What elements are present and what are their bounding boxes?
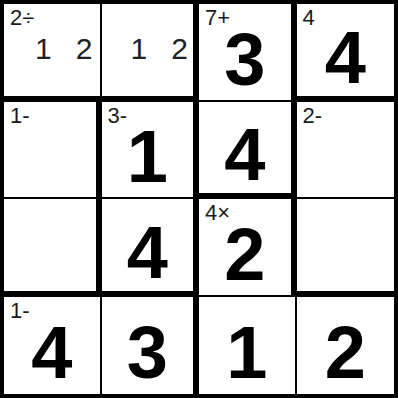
cell-r3c3[interactable]: 2 <box>297 297 395 395</box>
pencil-marks: 12 <box>4 34 100 64</box>
cell-r0c3[interactable]: 44 <box>297 4 395 102</box>
cell-value: 2 <box>199 199 291 295</box>
cell-value: 4 <box>297 4 395 96</box>
cell-value: 4 <box>199 102 291 194</box>
cell-value: 4 <box>4 297 100 395</box>
cage-clue: 2- <box>303 103 323 129</box>
cell-r2c0[interactable] <box>4 199 102 297</box>
cage-clue: 1- <box>10 103 30 129</box>
cell-r2c3[interactable] <box>297 199 395 297</box>
kenken-board: 2÷12127+3441-3-142-44×21-4312 <box>0 0 398 398</box>
cell-r0c1[interactable]: 12 <box>102 4 200 102</box>
cell-value: 1 <box>102 102 194 198</box>
cell-value: 3 <box>102 297 194 395</box>
cage-clue: 2÷ <box>10 5 34 31</box>
cell-r1c2[interactable]: 4 <box>199 102 297 200</box>
cell-r1c0[interactable]: 1- <box>4 102 102 200</box>
cell-r1c3[interactable]: 2- <box>297 102 395 200</box>
cell-r1c1[interactable]: 3-1 <box>102 102 200 200</box>
cell-r3c0[interactable]: 1-4 <box>4 297 102 395</box>
cell-r0c2[interactable]: 7+3 <box>199 4 297 102</box>
cell-r3c2[interactable]: 1 <box>199 297 297 395</box>
pencil-marks: 12 <box>102 34 194 64</box>
cell-r3c1[interactable]: 3 <box>102 297 200 395</box>
cell-value: 3 <box>199 4 291 100</box>
cell-value: 1 <box>199 297 295 395</box>
pencil-mark: 2 <box>76 34 93 64</box>
cell-r0c0[interactable]: 2÷12 <box>4 4 102 102</box>
cell-r2c1[interactable]: 4 <box>102 199 200 297</box>
cell-r2c2[interactable]: 4×2 <box>199 199 297 297</box>
pencil-mark: 1 <box>35 34 52 64</box>
cell-value: 2 <box>297 297 395 395</box>
cell-value: 4 <box>102 199 194 291</box>
pencil-mark: 2 <box>171 34 188 64</box>
pencil-mark: 1 <box>131 34 148 64</box>
